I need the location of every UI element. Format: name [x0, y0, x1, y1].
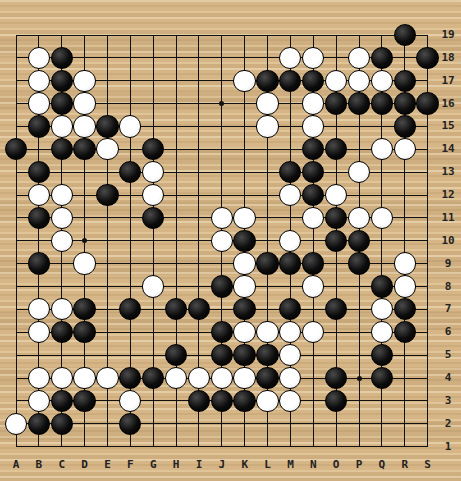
- intersection-E12[interactable]: [96, 184, 119, 207]
- intersection-I12[interactable]: [187, 184, 210, 207]
- intersection-M16[interactable]: [279, 92, 302, 115]
- intersection-J5[interactable]: [210, 344, 233, 367]
- intersection-Q3[interactable]: [370, 389, 393, 412]
- intersection-J15[interactable]: [210, 115, 233, 138]
- intersection-D1[interactable]: [73, 435, 96, 458]
- intersection-F3[interactable]: [119, 389, 142, 412]
- intersection-C14[interactable]: [50, 138, 73, 161]
- intersection-N12[interactable]: [302, 184, 325, 207]
- intersection-G16[interactable]: [142, 92, 165, 115]
- intersection-G19[interactable]: [142, 24, 165, 47]
- intersection-Q1[interactable]: [370, 435, 393, 458]
- intersection-C13[interactable]: [50, 161, 73, 184]
- intersection-J6[interactable]: [210, 321, 233, 344]
- intersection-Q10[interactable]: [370, 229, 393, 252]
- intersection-H14[interactable]: [165, 138, 188, 161]
- intersection-N6[interactable]: [302, 321, 325, 344]
- intersection-K9[interactable]: [233, 252, 256, 275]
- intersection-K18[interactable]: [233, 46, 256, 69]
- intersection-Q9[interactable]: [370, 252, 393, 275]
- intersection-D12[interactable]: [73, 184, 96, 207]
- intersection-P1[interactable]: [347, 435, 370, 458]
- intersection-Q2[interactable]: [370, 412, 393, 435]
- intersection-A5[interactable]: [5, 344, 28, 367]
- intersection-I11[interactable]: [187, 206, 210, 229]
- intersection-O14[interactable]: [325, 138, 348, 161]
- intersection-K10[interactable]: [233, 229, 256, 252]
- intersection-L19[interactable]: [256, 24, 279, 47]
- intersection-L11[interactable]: [256, 206, 279, 229]
- intersection-O11[interactable]: [325, 206, 348, 229]
- intersection-M5[interactable]: [279, 344, 302, 367]
- intersection-I3[interactable]: [187, 389, 210, 412]
- intersection-B19[interactable]: [27, 24, 50, 47]
- intersection-I2[interactable]: [187, 412, 210, 435]
- intersection-F13[interactable]: [119, 161, 142, 184]
- intersection-C17[interactable]: [50, 69, 73, 92]
- intersection-Q15[interactable]: [370, 115, 393, 138]
- intersection-R2[interactable]: [393, 412, 416, 435]
- intersection-R16[interactable]: [393, 92, 416, 115]
- intersection-O18[interactable]: [325, 46, 348, 69]
- intersection-R11[interactable]: [393, 206, 416, 229]
- intersection-O13[interactable]: [325, 161, 348, 184]
- intersection-E9[interactable]: [96, 252, 119, 275]
- intersection-D15[interactable]: [73, 115, 96, 138]
- intersection-N1[interactable]: [302, 435, 325, 458]
- intersection-I6[interactable]: [187, 321, 210, 344]
- intersection-C8[interactable]: [50, 275, 73, 298]
- intersection-Q6[interactable]: [370, 321, 393, 344]
- intersection-M15[interactable]: [279, 115, 302, 138]
- intersection-B2[interactable]: [27, 412, 50, 435]
- intersection-H7[interactable]: [165, 298, 188, 321]
- intersection-P16[interactable]: [347, 92, 370, 115]
- intersection-M7[interactable]: [279, 298, 302, 321]
- intersection-F14[interactable]: [119, 138, 142, 161]
- intersection-G7[interactable]: [142, 298, 165, 321]
- intersection-N18[interactable]: [302, 46, 325, 69]
- intersection-O3[interactable]: [325, 389, 348, 412]
- intersection-H10[interactable]: [165, 229, 188, 252]
- intersection-O9[interactable]: [325, 252, 348, 275]
- intersection-J7[interactable]: [210, 298, 233, 321]
- intersection-M4[interactable]: [279, 366, 302, 389]
- intersection-M1[interactable]: [279, 435, 302, 458]
- intersection-P7[interactable]: [347, 298, 370, 321]
- intersection-B3[interactable]: [27, 389, 50, 412]
- intersection-F5[interactable]: [119, 344, 142, 367]
- intersection-P5[interactable]: [347, 344, 370, 367]
- intersection-F11[interactable]: [119, 206, 142, 229]
- intersection-G4[interactable]: [142, 366, 165, 389]
- intersection-C19[interactable]: [50, 24, 73, 47]
- intersection-D11[interactable]: [73, 206, 96, 229]
- intersection-E16[interactable]: [96, 92, 119, 115]
- intersection-H5[interactable]: [165, 344, 188, 367]
- intersection-M18[interactable]: [279, 46, 302, 69]
- intersection-R12[interactable]: [393, 184, 416, 207]
- intersection-P14[interactable]: [347, 138, 370, 161]
- intersection-D8[interactable]: [73, 275, 96, 298]
- intersection-J11[interactable]: [210, 206, 233, 229]
- intersection-N17[interactable]: [302, 69, 325, 92]
- intersection-P18[interactable]: [347, 46, 370, 69]
- intersection-E2[interactable]: [96, 412, 119, 435]
- intersection-L4[interactable]: [256, 366, 279, 389]
- intersection-J14[interactable]: [210, 138, 233, 161]
- intersection-I16[interactable]: [187, 92, 210, 115]
- intersection-E8[interactable]: [96, 275, 119, 298]
- intersection-M13[interactable]: [279, 161, 302, 184]
- intersection-M2[interactable]: [279, 412, 302, 435]
- intersection-B15[interactable]: [27, 115, 50, 138]
- intersection-R18[interactable]: [393, 46, 416, 69]
- intersection-O12[interactable]: [325, 184, 348, 207]
- intersection-G3[interactable]: [142, 389, 165, 412]
- intersection-P10[interactable]: [347, 229, 370, 252]
- intersection-K3[interactable]: [233, 389, 256, 412]
- intersection-M9[interactable]: [279, 252, 302, 275]
- intersection-C1[interactable]: [50, 435, 73, 458]
- intersection-O5[interactable]: [325, 344, 348, 367]
- intersection-N15[interactable]: [302, 115, 325, 138]
- intersection-M8[interactable]: [279, 275, 302, 298]
- intersection-A10[interactable]: [5, 229, 28, 252]
- intersection-G11[interactable]: [142, 206, 165, 229]
- intersection-N9[interactable]: [302, 252, 325, 275]
- intersection-F15[interactable]: [119, 115, 142, 138]
- intersection-D2[interactable]: [73, 412, 96, 435]
- intersection-K1[interactable]: [233, 435, 256, 458]
- intersection-L17[interactable]: [256, 69, 279, 92]
- intersection-C2[interactable]: [50, 412, 73, 435]
- intersection-O10[interactable]: [325, 229, 348, 252]
- intersection-A18[interactable]: [5, 46, 28, 69]
- intersection-G2[interactable]: [142, 412, 165, 435]
- intersection-E1[interactable]: [96, 435, 119, 458]
- intersection-B6[interactable]: [27, 321, 50, 344]
- intersection-G9[interactable]: [142, 252, 165, 275]
- intersection-A13[interactable]: [5, 161, 28, 184]
- intersection-Q11[interactable]: [370, 206, 393, 229]
- intersection-P6[interactable]: [347, 321, 370, 344]
- intersection-H4[interactable]: [165, 366, 188, 389]
- intersection-R14[interactable]: [393, 138, 416, 161]
- intersection-P4[interactable]: [347, 366, 370, 389]
- intersection-P3[interactable]: [347, 389, 370, 412]
- intersection-M14[interactable]: [279, 138, 302, 161]
- intersection-Q17[interactable]: [370, 69, 393, 92]
- intersection-E6[interactable]: [96, 321, 119, 344]
- intersection-B9[interactable]: [27, 252, 50, 275]
- intersection-B4[interactable]: [27, 366, 50, 389]
- intersection-K17[interactable]: [233, 69, 256, 92]
- intersection-C12[interactable]: [50, 184, 73, 207]
- intersection-B12[interactable]: [27, 184, 50, 207]
- intersection-I8[interactable]: [187, 275, 210, 298]
- intersection-H13[interactable]: [165, 161, 188, 184]
- intersection-I17[interactable]: [187, 69, 210, 92]
- intersection-M19[interactable]: [279, 24, 302, 47]
- intersection-G12[interactable]: [142, 184, 165, 207]
- intersection-K6[interactable]: [233, 321, 256, 344]
- intersection-B11[interactable]: [27, 206, 50, 229]
- intersection-L2[interactable]: [256, 412, 279, 435]
- intersection-D9[interactable]: [73, 252, 96, 275]
- intersection-I13[interactable]: [187, 161, 210, 184]
- intersection-N7[interactable]: [302, 298, 325, 321]
- intersection-L9[interactable]: [256, 252, 279, 275]
- intersection-R9[interactable]: [393, 252, 416, 275]
- intersection-C7[interactable]: [50, 298, 73, 321]
- intersection-E19[interactable]: [96, 24, 119, 47]
- intersection-N2[interactable]: [302, 412, 325, 435]
- intersection-R4[interactable]: [393, 366, 416, 389]
- intersection-D3[interactable]: [73, 389, 96, 412]
- intersection-B13[interactable]: [27, 161, 50, 184]
- intersection-H2[interactable]: [165, 412, 188, 435]
- intersection-A4[interactable]: [5, 366, 28, 389]
- intersection-N8[interactable]: [302, 275, 325, 298]
- intersection-H8[interactable]: [165, 275, 188, 298]
- intersection-Q18[interactable]: [370, 46, 393, 69]
- intersection-P11[interactable]: [347, 206, 370, 229]
- intersection-C16[interactable]: [50, 92, 73, 115]
- intersection-R10[interactable]: [393, 229, 416, 252]
- intersection-F7[interactable]: [119, 298, 142, 321]
- intersection-B14[interactable]: [27, 138, 50, 161]
- intersection-K14[interactable]: [233, 138, 256, 161]
- intersection-A11[interactable]: [5, 206, 28, 229]
- intersection-G14[interactable]: [142, 138, 165, 161]
- intersection-I15[interactable]: [187, 115, 210, 138]
- intersection-R5[interactable]: [393, 344, 416, 367]
- intersection-I1[interactable]: [187, 435, 210, 458]
- intersection-D14[interactable]: [73, 138, 96, 161]
- intersection-L14[interactable]: [256, 138, 279, 161]
- intersection-H17[interactable]: [165, 69, 188, 92]
- intersection-N14[interactable]: [302, 138, 325, 161]
- intersection-P9[interactable]: [347, 252, 370, 275]
- intersection-M3[interactable]: [279, 389, 302, 412]
- intersection-I7[interactable]: [187, 298, 210, 321]
- intersection-K8[interactable]: [233, 275, 256, 298]
- intersection-D10[interactable]: [73, 229, 96, 252]
- intersection-E5[interactable]: [96, 344, 119, 367]
- intersection-D4[interactable]: [73, 366, 96, 389]
- intersection-O17[interactable]: [325, 69, 348, 92]
- intersection-C6[interactable]: [50, 321, 73, 344]
- intersection-J12[interactable]: [210, 184, 233, 207]
- intersection-I18[interactable]: [187, 46, 210, 69]
- intersection-E4[interactable]: [96, 366, 119, 389]
- intersection-R17[interactable]: [393, 69, 416, 92]
- intersection-K15[interactable]: [233, 115, 256, 138]
- intersection-D7[interactable]: [73, 298, 96, 321]
- intersection-K11[interactable]: [233, 206, 256, 229]
- intersection-M17[interactable]: [279, 69, 302, 92]
- intersection-C4[interactable]: [50, 366, 73, 389]
- intersection-L8[interactable]: [256, 275, 279, 298]
- intersection-G13[interactable]: [142, 161, 165, 184]
- intersection-C10[interactable]: [50, 229, 73, 252]
- intersection-Q12[interactable]: [370, 184, 393, 207]
- intersection-J10[interactable]: [210, 229, 233, 252]
- intersection-R3[interactable]: [393, 389, 416, 412]
- intersection-F6[interactable]: [119, 321, 142, 344]
- intersection-A2[interactable]: [5, 412, 28, 435]
- intersection-H11[interactable]: [165, 206, 188, 229]
- intersection-O7[interactable]: [325, 298, 348, 321]
- intersection-Q14[interactable]: [370, 138, 393, 161]
- intersection-P12[interactable]: [347, 184, 370, 207]
- intersection-M12[interactable]: [279, 184, 302, 207]
- intersection-A17[interactable]: [5, 69, 28, 92]
- intersection-B10[interactable]: [27, 229, 50, 252]
- intersection-Q19[interactable]: [370, 24, 393, 47]
- intersection-E3[interactable]: [96, 389, 119, 412]
- intersection-A7[interactable]: [5, 298, 28, 321]
- intersection-G8[interactable]: [142, 275, 165, 298]
- intersection-H9[interactable]: [165, 252, 188, 275]
- intersection-O19[interactable]: [325, 24, 348, 47]
- intersection-L12[interactable]: [256, 184, 279, 207]
- intersection-K19[interactable]: [233, 24, 256, 47]
- intersection-H1[interactable]: [165, 435, 188, 458]
- intersection-L6[interactable]: [256, 321, 279, 344]
- intersection-J17[interactable]: [210, 69, 233, 92]
- intersection-L7[interactable]: [256, 298, 279, 321]
- intersection-I9[interactable]: [187, 252, 210, 275]
- intersection-H6[interactable]: [165, 321, 188, 344]
- intersection-O16[interactable]: [325, 92, 348, 115]
- intersection-F17[interactable]: [119, 69, 142, 92]
- intersection-B1[interactable]: [27, 435, 50, 458]
- intersection-R1[interactable]: [393, 435, 416, 458]
- intersection-F4[interactable]: [119, 366, 142, 389]
- intersection-Q8[interactable]: [370, 275, 393, 298]
- intersection-E17[interactable]: [96, 69, 119, 92]
- intersection-M6[interactable]: [279, 321, 302, 344]
- intersection-L3[interactable]: [256, 389, 279, 412]
- intersection-B17[interactable]: [27, 69, 50, 92]
- intersection-D16[interactable]: [73, 92, 96, 115]
- intersection-L10[interactable]: [256, 229, 279, 252]
- intersection-L13[interactable]: [256, 161, 279, 184]
- intersection-R19[interactable]: [393, 24, 416, 47]
- intersection-Q7[interactable]: [370, 298, 393, 321]
- intersection-H15[interactable]: [165, 115, 188, 138]
- intersection-B7[interactable]: [27, 298, 50, 321]
- intersection-Q16[interactable]: [370, 92, 393, 115]
- intersection-O2[interactable]: [325, 412, 348, 435]
- intersection-G1[interactable]: [142, 435, 165, 458]
- intersection-K5[interactable]: [233, 344, 256, 367]
- intersection-P15[interactable]: [347, 115, 370, 138]
- intersection-L16[interactable]: [256, 92, 279, 115]
- intersection-N16[interactable]: [302, 92, 325, 115]
- intersection-B18[interactable]: [27, 46, 50, 69]
- intersection-J3[interactable]: [210, 389, 233, 412]
- intersection-N3[interactable]: [302, 389, 325, 412]
- intersection-A6[interactable]: [5, 321, 28, 344]
- intersection-E11[interactable]: [96, 206, 119, 229]
- intersection-L18[interactable]: [256, 46, 279, 69]
- intersection-J2[interactable]: [210, 412, 233, 435]
- intersection-J4[interactable]: [210, 366, 233, 389]
- intersection-J1[interactable]: [210, 435, 233, 458]
- intersection-H16[interactable]: [165, 92, 188, 115]
- intersection-N13[interactable]: [302, 161, 325, 184]
- intersection-N10[interactable]: [302, 229, 325, 252]
- intersection-P17[interactable]: [347, 69, 370, 92]
- intersection-E18[interactable]: [96, 46, 119, 69]
- intersection-O1[interactable]: [325, 435, 348, 458]
- intersection-D18[interactable]: [73, 46, 96, 69]
- intersection-G15[interactable]: [142, 115, 165, 138]
- intersection-N19[interactable]: [302, 24, 325, 47]
- intersection-F12[interactable]: [119, 184, 142, 207]
- intersection-I10[interactable]: [187, 229, 210, 252]
- intersection-K7[interactable]: [233, 298, 256, 321]
- intersection-E10[interactable]: [96, 229, 119, 252]
- intersection-N5[interactable]: [302, 344, 325, 367]
- intersection-H19[interactable]: [165, 24, 188, 47]
- intersection-A12[interactable]: [5, 184, 28, 207]
- intersection-M10[interactable]: [279, 229, 302, 252]
- intersection-F10[interactable]: [119, 229, 142, 252]
- intersection-C11[interactable]: [50, 206, 73, 229]
- intersection-C3[interactable]: [50, 389, 73, 412]
- intersection-E15[interactable]: [96, 115, 119, 138]
- intersection-F1[interactable]: [119, 435, 142, 458]
- intersection-D17[interactable]: [73, 69, 96, 92]
- intersection-J8[interactable]: [210, 275, 233, 298]
- intersection-B8[interactable]: [27, 275, 50, 298]
- intersection-K16[interactable]: [233, 92, 256, 115]
- intersection-H3[interactable]: [165, 389, 188, 412]
- intersection-E13[interactable]: [96, 161, 119, 184]
- intersection-H12[interactable]: [165, 184, 188, 207]
- intersection-I4[interactable]: [187, 366, 210, 389]
- intersection-I14[interactable]: [187, 138, 210, 161]
- intersection-A3[interactable]: [5, 389, 28, 412]
- intersection-E14[interactable]: [96, 138, 119, 161]
- intersection-A15[interactable]: [5, 115, 28, 138]
- intersection-B16[interactable]: [27, 92, 50, 115]
- intersection-D6[interactable]: [73, 321, 96, 344]
- intersection-R15[interactable]: [393, 115, 416, 138]
- intersection-G18[interactable]: [142, 46, 165, 69]
- intersection-R7[interactable]: [393, 298, 416, 321]
- intersection-R8[interactable]: [393, 275, 416, 298]
- intersection-G6[interactable]: [142, 321, 165, 344]
- intersection-F19[interactable]: [119, 24, 142, 47]
- intersection-P13[interactable]: [347, 161, 370, 184]
- intersection-A1[interactable]: [5, 435, 28, 458]
- intersection-N11[interactable]: [302, 206, 325, 229]
- intersection-Q13[interactable]: [370, 161, 393, 184]
- intersection-B5[interactable]: [27, 344, 50, 367]
- intersection-C15[interactable]: [50, 115, 73, 138]
- intersection-R6[interactable]: [393, 321, 416, 344]
- intersection-D5[interactable]: [73, 344, 96, 367]
- intersection-K4[interactable]: [233, 366, 256, 389]
- intersection-C9[interactable]: [50, 252, 73, 275]
- intersection-G17[interactable]: [142, 69, 165, 92]
- intersection-F18[interactable]: [119, 46, 142, 69]
